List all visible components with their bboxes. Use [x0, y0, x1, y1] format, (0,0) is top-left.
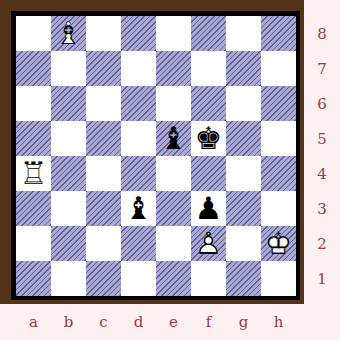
file-label-c: c	[86, 304, 121, 340]
square-h7[interactable]	[261, 51, 296, 86]
square-g4[interactable]	[226, 156, 261, 191]
square-f3[interactable]: ♟	[191, 191, 226, 226]
square-g2[interactable]	[226, 226, 261, 261]
file-label-d: d	[121, 304, 156, 340]
rank-label-1: 1	[304, 261, 340, 296]
black-king: ♚	[191, 121, 226, 156]
square-e3[interactable]	[156, 191, 191, 226]
square-g1[interactable]	[226, 261, 261, 296]
square-a5[interactable]	[16, 121, 51, 156]
black-bishop: ♝	[156, 121, 191, 156]
square-b7[interactable]	[51, 51, 86, 86]
square-g6[interactable]	[226, 86, 261, 121]
square-b5[interactable]	[51, 121, 86, 156]
rank-label-3: 3	[304, 191, 340, 226]
file-label-a: a	[16, 304, 51, 340]
square-f8[interactable]	[191, 16, 226, 51]
square-a2[interactable]	[16, 226, 51, 261]
square-c7[interactable]	[86, 51, 121, 86]
rank-label-4: 4	[304, 156, 340, 191]
square-e2[interactable]	[156, 226, 191, 261]
square-b8[interactable]: ♝♗	[51, 16, 86, 51]
file-label-h: h	[261, 304, 296, 340]
file-label-g: g	[226, 304, 261, 340]
white-bishop: ♝♗	[51, 16, 86, 51]
square-f6[interactable]	[191, 86, 226, 121]
white-rook: ♜♖	[16, 156, 51, 191]
square-a7[interactable]	[16, 51, 51, 86]
file-label-b: b	[51, 304, 86, 340]
square-h1[interactable]	[261, 261, 296, 296]
square-h2[interactable]: ♚♔	[261, 226, 296, 261]
square-b2[interactable]	[51, 226, 86, 261]
square-g7[interactable]	[226, 51, 261, 86]
rank-label-7: 7	[304, 51, 340, 86]
square-f5[interactable]: ♚	[191, 121, 226, 156]
square-d6[interactable]	[121, 86, 156, 121]
square-c8[interactable]	[86, 16, 121, 51]
square-e4[interactable]	[156, 156, 191, 191]
square-b4[interactable]	[51, 156, 86, 191]
board-border: ♝♗♝♚♜♖♝♟♟♙♚♔	[11, 11, 300, 300]
black-bishop: ♝	[121, 191, 156, 226]
square-b1[interactable]	[51, 261, 86, 296]
square-h5[interactable]	[261, 121, 296, 156]
square-c5[interactable]	[86, 121, 121, 156]
square-d7[interactable]	[121, 51, 156, 86]
square-d1[interactable]	[121, 261, 156, 296]
square-c1[interactable]	[86, 261, 121, 296]
white-pawn: ♟♙	[191, 226, 226, 261]
square-e8[interactable]	[156, 16, 191, 51]
square-c6[interactable]	[86, 86, 121, 121]
square-e6[interactable]	[156, 86, 191, 121]
white-king: ♚♔	[261, 226, 296, 261]
square-e5[interactable]: ♝	[156, 121, 191, 156]
file-label-f: f	[191, 304, 226, 340]
square-e1[interactable]	[156, 261, 191, 296]
square-c4[interactable]	[86, 156, 121, 191]
square-d2[interactable]	[121, 226, 156, 261]
square-f4[interactable]	[191, 156, 226, 191]
square-g8[interactable]	[226, 16, 261, 51]
rank-label-2: 2	[304, 226, 340, 261]
file-label-e: e	[156, 304, 191, 340]
square-f2[interactable]: ♟♙	[191, 226, 226, 261]
square-a4[interactable]: ♜♖	[16, 156, 51, 191]
square-a8[interactable]	[16, 16, 51, 51]
board-frame: ♝♗♝♚♜♖♝♟♟♙♚♔	[0, 0, 304, 304]
black-pawn: ♟	[191, 191, 226, 226]
square-d5[interactable]	[121, 121, 156, 156]
square-h4[interactable]	[261, 156, 296, 191]
square-d3[interactable]: ♝	[121, 191, 156, 226]
square-h3[interactable]	[261, 191, 296, 226]
square-g3[interactable]	[226, 191, 261, 226]
square-e7[interactable]	[156, 51, 191, 86]
square-h8[interactable]	[261, 16, 296, 51]
square-g5[interactable]	[226, 121, 261, 156]
chess-board: ♝♗♝♚♜♖♝♟♟♙♚♔	[16, 16, 296, 296]
square-a1[interactable]	[16, 261, 51, 296]
rank-label-8: 8	[304, 16, 340, 51]
square-b6[interactable]	[51, 86, 86, 121]
chess-diagram: ♝♗♝♚♜♖♝♟♟♙♚♔ 87654321 abcdefgh	[0, 0, 340, 340]
square-a6[interactable]	[16, 86, 51, 121]
square-b3[interactable]	[51, 191, 86, 226]
rank-label-5: 5	[304, 121, 340, 156]
square-h6[interactable]	[261, 86, 296, 121]
square-c2[interactable]	[86, 226, 121, 261]
file-labels: abcdefgh	[16, 304, 296, 340]
square-d4[interactable]	[121, 156, 156, 191]
rank-label-6: 6	[304, 86, 340, 121]
square-d8[interactable]	[121, 16, 156, 51]
square-a3[interactable]	[16, 191, 51, 226]
square-f1[interactable]	[191, 261, 226, 296]
square-c3[interactable]	[86, 191, 121, 226]
square-f7[interactable]	[191, 51, 226, 86]
rank-labels: 87654321	[304, 16, 340, 296]
